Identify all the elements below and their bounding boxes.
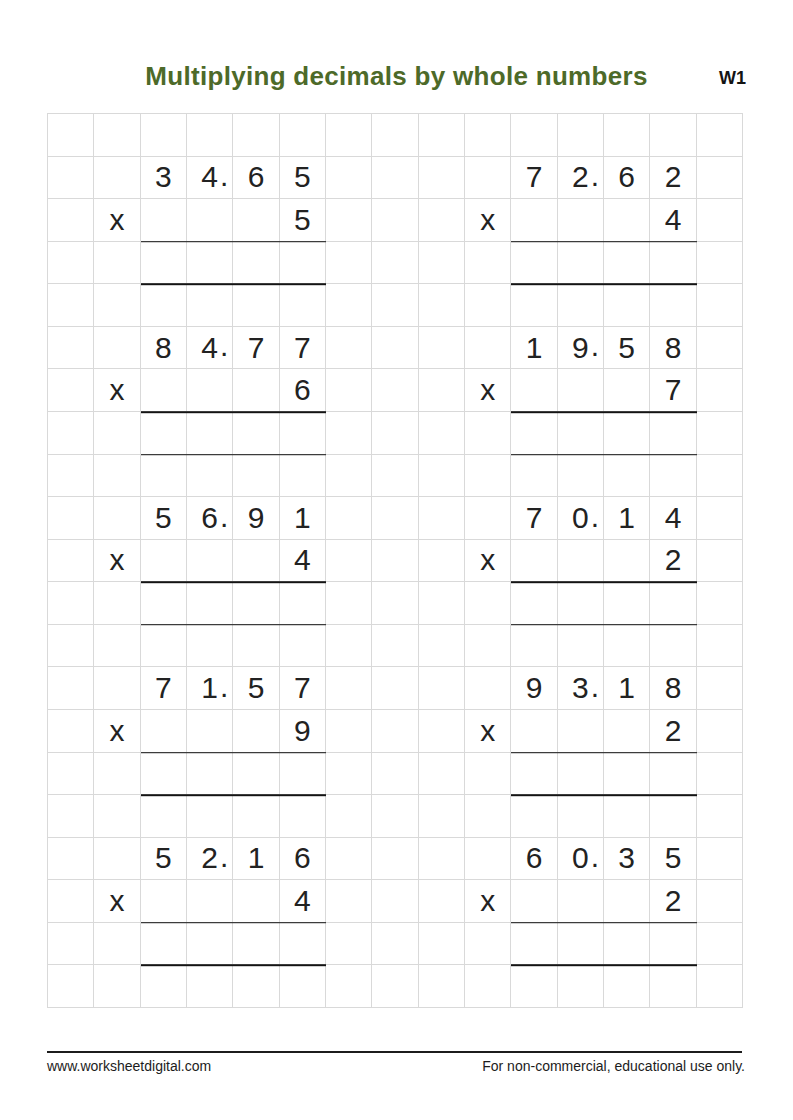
grid-cell	[558, 710, 604, 753]
grid-cell	[419, 114, 465, 157]
grid-cell	[372, 157, 418, 200]
grid-cell	[326, 880, 372, 923]
multiply-sign: x	[465, 880, 511, 923]
grid-cell	[326, 327, 372, 370]
grid-cell	[604, 284, 650, 327]
grid-cell	[558, 199, 604, 242]
grid-cell	[697, 114, 743, 157]
grid-cell	[697, 242, 743, 285]
digit-cell: 2	[650, 880, 696, 923]
grid-cell	[697, 965, 743, 1008]
digit-cell: 5	[280, 199, 326, 242]
grid-cell	[141, 284, 187, 327]
grid-cell	[187, 540, 233, 583]
grid-cell	[372, 369, 418, 412]
grid-cell	[465, 582, 511, 625]
grid-cell	[650, 114, 696, 157]
grid-cell	[419, 157, 465, 200]
grid-cell	[511, 753, 557, 796]
grid-cell	[280, 965, 326, 1008]
grid-cell	[419, 838, 465, 881]
grid-cell	[94, 838, 140, 881]
digit-cell: 1	[604, 667, 650, 710]
grid-cell	[48, 753, 94, 796]
grid-cell	[326, 455, 372, 498]
grid-cell	[187, 412, 233, 455]
grid-cell	[233, 369, 279, 412]
grid-cell	[465, 667, 511, 710]
digit-cell: 5	[141, 838, 187, 881]
grid-cell	[558, 284, 604, 327]
grid-cell	[48, 497, 94, 540]
grid-cell	[419, 965, 465, 1008]
grid-cell	[419, 369, 465, 412]
grid-cell	[233, 710, 279, 753]
grid-cell	[94, 455, 140, 498]
grid-cell	[280, 753, 326, 796]
grid-cell	[141, 965, 187, 1008]
digit: 6	[201, 503, 218, 533]
multiply-sign: x	[94, 710, 140, 753]
grid-cell	[372, 667, 418, 710]
grid-cell	[372, 753, 418, 796]
grid-cell	[233, 753, 279, 796]
grid-cell	[326, 242, 372, 285]
grid-cell	[419, 880, 465, 923]
grid-cell	[326, 710, 372, 753]
grid-cell	[604, 965, 650, 1008]
answer-line	[511, 581, 696, 583]
grid-cell	[697, 412, 743, 455]
grid-cell	[233, 199, 279, 242]
digit-cell: 6	[233, 157, 279, 200]
decimal-point: .	[591, 161, 599, 191]
grid-cell	[94, 923, 140, 966]
digit-cell: 7	[280, 667, 326, 710]
grid-cell	[604, 455, 650, 498]
grid-cell	[650, 455, 696, 498]
grid-cell	[48, 880, 94, 923]
multiply-sign: x	[465, 369, 511, 412]
digit-cell: 1.	[187, 667, 233, 710]
grid-cell	[233, 455, 279, 498]
grid-cell	[511, 242, 557, 285]
grid-cell	[326, 157, 372, 200]
grid-cell	[372, 795, 418, 838]
grid-cell	[372, 582, 418, 625]
digit-cell: 7	[280, 327, 326, 370]
decimal-point: .	[220, 502, 228, 532]
grid-cell	[326, 582, 372, 625]
grid-cell	[233, 880, 279, 923]
grid-cell	[326, 540, 372, 583]
grid-cell	[697, 199, 743, 242]
grid-cell	[280, 242, 326, 285]
grid-cell	[94, 284, 140, 327]
grid-cell	[511, 965, 557, 1008]
grid-cell	[419, 625, 465, 668]
grid-cell	[558, 540, 604, 583]
grid-cell	[372, 327, 418, 370]
worksheet-grid: 34.6572.62x5x484.7719.58x6x756.9170.14x4…	[47, 113, 743, 1008]
grid-cell	[233, 242, 279, 285]
digit-cell: 2.	[558, 157, 604, 200]
grid-cell	[326, 284, 372, 327]
grid-cell	[94, 157, 140, 200]
grid-cell	[187, 199, 233, 242]
grid-cell	[372, 923, 418, 966]
decimal-point: .	[220, 672, 228, 702]
digit-cell: 0.	[558, 497, 604, 540]
grid-cell	[233, 284, 279, 327]
digit-cell: 7	[141, 667, 187, 710]
grid-cell	[187, 965, 233, 1008]
grid-cell	[326, 497, 372, 540]
digit-cell: 2	[650, 157, 696, 200]
grid-cell	[94, 327, 140, 370]
multiply-sign: x	[94, 880, 140, 923]
grid-cell	[419, 327, 465, 370]
grid-cell	[511, 284, 557, 327]
grid-cell	[326, 965, 372, 1008]
grid-cell	[511, 582, 557, 625]
worksheet-code: W1	[719, 68, 746, 89]
digit-cell: 7	[511, 157, 557, 200]
digit-cell: 4	[280, 880, 326, 923]
grid-cell	[465, 284, 511, 327]
grid-cell	[48, 157, 94, 200]
digit-cell: 1	[511, 327, 557, 370]
digit-cell: 2	[650, 540, 696, 583]
grid-cell	[94, 582, 140, 625]
grid-cell	[48, 327, 94, 370]
grid-cell	[558, 795, 604, 838]
grid-cell	[697, 667, 743, 710]
grid-cell	[94, 412, 140, 455]
grid-cell	[372, 965, 418, 1008]
grid-cell	[94, 242, 140, 285]
grid-cell	[697, 838, 743, 881]
decimal-point: .	[591, 331, 599, 361]
grid-cell	[48, 923, 94, 966]
grid-cell	[604, 582, 650, 625]
grid-cell	[48, 369, 94, 412]
digit-cell: 2	[650, 710, 696, 753]
grid-cell	[650, 965, 696, 1008]
digit: 4	[201, 162, 218, 192]
digit-cell: 8	[650, 327, 696, 370]
answer-line	[511, 624, 696, 626]
footer-website: www.worksheetdigital.com	[47, 1058, 211, 1074]
grid-cell	[48, 625, 94, 668]
digit-cell: 4	[650, 199, 696, 242]
grid-cell	[511, 199, 557, 242]
digit: 1	[201, 673, 218, 703]
grid-cell	[326, 369, 372, 412]
grid-cell	[233, 582, 279, 625]
grid-cell	[697, 582, 743, 625]
multiply-sign: x	[465, 540, 511, 583]
grid-cell	[233, 795, 279, 838]
digit-cell: 1	[233, 838, 279, 881]
multiply-sign: x	[94, 199, 140, 242]
grid-cell	[558, 412, 604, 455]
digit: 2	[572, 162, 589, 192]
grid-cell	[697, 369, 743, 412]
footer-divider	[47, 1051, 742, 1053]
grid-cell	[372, 242, 418, 285]
answer-line	[511, 241, 696, 243]
answer-line	[141, 794, 326, 796]
digit: 3	[572, 673, 589, 703]
grid-cell	[604, 242, 650, 285]
grid-cell	[558, 369, 604, 412]
grid-cell	[465, 412, 511, 455]
grid-cell	[465, 923, 511, 966]
grid-cell	[465, 753, 511, 796]
grid-cell	[94, 965, 140, 1008]
grid-cell	[697, 880, 743, 923]
grid-cell	[697, 710, 743, 753]
decimal-point: .	[220, 331, 228, 361]
grid-cell	[326, 625, 372, 668]
grid-cell	[372, 710, 418, 753]
grid-cell	[465, 795, 511, 838]
grid-cell	[48, 284, 94, 327]
grid-cell	[558, 753, 604, 796]
grid-cell	[233, 412, 279, 455]
grid-cell	[187, 582, 233, 625]
decimal-point: .	[591, 672, 599, 702]
grid-cell	[650, 412, 696, 455]
grid-cell	[558, 880, 604, 923]
grid-cell	[511, 625, 557, 668]
grid-cell	[326, 412, 372, 455]
grid-cell	[141, 753, 187, 796]
grid-cell	[372, 199, 418, 242]
footer-license-note: For non-commercial, educational use only…	[482, 1058, 745, 1074]
digit-cell: 8	[650, 667, 696, 710]
digit: 4	[201, 333, 218, 363]
grid-cell	[280, 625, 326, 668]
grid-cell	[48, 795, 94, 838]
digit-cell: 7	[650, 369, 696, 412]
decimal-point: .	[591, 502, 599, 532]
grid-cell	[48, 412, 94, 455]
grid-cell	[94, 753, 140, 796]
digit-cell: 4	[280, 540, 326, 583]
grid-cell	[697, 284, 743, 327]
grid-cell	[604, 880, 650, 923]
digit-cell: 4.	[187, 157, 233, 200]
grid-cell	[604, 369, 650, 412]
digit-cell: 6	[511, 838, 557, 881]
digit-cell: 3	[141, 157, 187, 200]
grid-cell	[326, 795, 372, 838]
digit-cell: 9	[233, 497, 279, 540]
grid-cell	[511, 923, 557, 966]
grid-cell	[697, 455, 743, 498]
grid-cell	[511, 795, 557, 838]
grid-cell	[141, 369, 187, 412]
grid-cell	[558, 582, 604, 625]
digit-cell: 6.	[187, 497, 233, 540]
grid-cell	[48, 455, 94, 498]
grid-cell	[558, 242, 604, 285]
grid-cell	[141, 242, 187, 285]
digit-cell: 5	[233, 667, 279, 710]
grid-cell	[372, 497, 418, 540]
grid-cell	[511, 114, 557, 157]
grid-cell	[372, 114, 418, 157]
grid-cell	[650, 625, 696, 668]
grid-cell	[604, 199, 650, 242]
grid-cell	[326, 923, 372, 966]
grid-cell	[187, 710, 233, 753]
grid-cell	[141, 582, 187, 625]
digit-cell: 2.	[187, 838, 233, 881]
grid-cell	[511, 455, 557, 498]
page-title: Multiplying decimals by whole numbers	[0, 61, 793, 92]
grid-cell	[141, 795, 187, 838]
grid-cell	[419, 582, 465, 625]
grid-cell	[326, 114, 372, 157]
answer-line	[511, 965, 696, 967]
grid-cell	[419, 242, 465, 285]
grid-cell	[280, 923, 326, 966]
grid-cell	[419, 199, 465, 242]
grid-cell	[187, 795, 233, 838]
grid-cell	[94, 497, 140, 540]
answer-line	[141, 922, 326, 924]
grid-cell	[558, 114, 604, 157]
grid-cell	[233, 965, 279, 1008]
grid-cell	[187, 923, 233, 966]
grid-cell	[511, 710, 557, 753]
grid-cell	[650, 582, 696, 625]
grid-cell	[372, 412, 418, 455]
grid-cell	[697, 157, 743, 200]
grid-cell	[650, 242, 696, 285]
answer-line	[511, 283, 696, 285]
digit-cell: 5	[650, 838, 696, 881]
grid-cell	[419, 923, 465, 966]
grid-cell	[48, 710, 94, 753]
digit: 0	[572, 503, 589, 533]
grid-cell	[187, 880, 233, 923]
answer-line	[511, 752, 696, 754]
grid-cell	[465, 455, 511, 498]
grid-cell	[141, 923, 187, 966]
grid-cell	[419, 412, 465, 455]
grid-cell	[511, 880, 557, 923]
grid-cell	[141, 710, 187, 753]
grid-cell	[280, 582, 326, 625]
grid-cell	[558, 965, 604, 1008]
grid-cell	[511, 412, 557, 455]
grid-cell	[280, 455, 326, 498]
worksheet-page: { "game": "decimal-multiplication-worksh…	[0, 0, 793, 1120]
grid-cell	[94, 114, 140, 157]
grid-cell	[280, 412, 326, 455]
digit-cell: 8	[141, 327, 187, 370]
grid-cell	[233, 625, 279, 668]
decimal-point: .	[591, 842, 599, 872]
grid-cell	[558, 455, 604, 498]
grid-cell	[141, 114, 187, 157]
grid-cell	[141, 412, 187, 455]
grid-cell	[604, 114, 650, 157]
grid-cell	[94, 795, 140, 838]
digit-cell: 5	[141, 497, 187, 540]
answer-line	[511, 454, 696, 456]
digit-cell: 9	[280, 710, 326, 753]
digit-cell: 4.	[187, 327, 233, 370]
digit-cell: 6	[604, 157, 650, 200]
grid-cell	[419, 540, 465, 583]
grid-cell	[604, 795, 650, 838]
grid-cell	[326, 199, 372, 242]
grid-cell	[372, 838, 418, 881]
grid-cell	[48, 838, 94, 881]
multiply-sign: x	[465, 710, 511, 753]
grid-cell	[187, 369, 233, 412]
digit: 0	[572, 843, 589, 873]
grid-cell	[419, 284, 465, 327]
grid-cell	[697, 753, 743, 796]
digit-cell: 9.	[558, 327, 604, 370]
multiply-sign: x	[94, 540, 140, 583]
grid-cell	[326, 667, 372, 710]
digit-cell: 1	[280, 497, 326, 540]
decimal-point: .	[220, 842, 228, 872]
grid-cell	[233, 540, 279, 583]
digit-cell: 3	[604, 838, 650, 881]
answer-line	[141, 752, 326, 754]
grid-cell	[558, 625, 604, 668]
grid-cell	[372, 880, 418, 923]
grid-cell	[94, 625, 140, 668]
grid-cell	[187, 625, 233, 668]
answer-line	[141, 241, 326, 243]
digit-cell: 3.	[558, 667, 604, 710]
answer-line	[511, 794, 696, 796]
grid-cell	[604, 753, 650, 796]
grid-cell	[650, 753, 696, 796]
grid-cell	[48, 114, 94, 157]
grid-cell	[511, 540, 557, 583]
grid-cell	[372, 455, 418, 498]
grid-cell	[48, 540, 94, 583]
grid-cell	[604, 540, 650, 583]
grid-cell	[326, 753, 372, 796]
answer-line	[511, 411, 696, 413]
grid-cell	[141, 625, 187, 668]
grid-cell	[141, 880, 187, 923]
grid-cell	[141, 455, 187, 498]
grid-cell	[326, 838, 372, 881]
grid-cell	[187, 753, 233, 796]
digit-cell: 9	[511, 667, 557, 710]
grid-cell	[465, 114, 511, 157]
grid-cell	[141, 199, 187, 242]
grid-cell	[465, 838, 511, 881]
grid-cell	[697, 540, 743, 583]
answer-line	[141, 965, 326, 967]
grid-cell	[650, 284, 696, 327]
grid-cell	[372, 625, 418, 668]
grid-cell	[187, 284, 233, 327]
